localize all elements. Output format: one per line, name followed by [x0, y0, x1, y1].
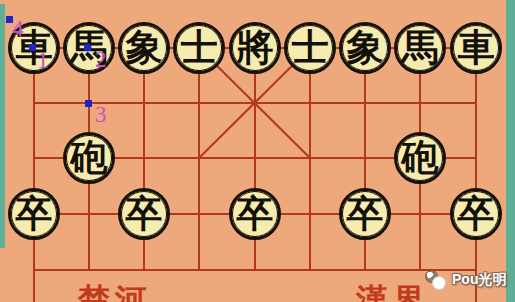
piece-glyph: 象	[126, 29, 163, 66]
piece-glyph: 砲	[402, 139, 439, 176]
watermark: Pou光明	[424, 268, 506, 292]
piece-glyph: 卒	[237, 195, 274, 232]
piece-black-advisor[interactable]: 士	[173, 22, 225, 74]
piece-black-cannon[interactable]: 砲	[63, 132, 115, 184]
piece-glyph: 卒	[347, 195, 384, 232]
piece-glyph: 將	[237, 29, 274, 66]
piece-glyph: 車	[458, 29, 495, 66]
xiangqi-board-screenshot: 楚河 漢界 車馬象士將士象馬車砲砲卒卒卒卒卒 4123 Pou光明	[0, 0, 515, 302]
piece-glyph: 砲	[71, 139, 108, 176]
watermark-label: Pou光明	[452, 271, 506, 289]
piece-black-elephant[interactable]: 象	[339, 22, 391, 74]
piece-glyph: 士	[292, 29, 329, 66]
piece-glyph: 士	[181, 29, 218, 66]
marker-dot-1	[29, 44, 36, 51]
marker-dot-3	[85, 100, 92, 107]
piece-black-soldier[interactable]: 卒	[229, 188, 281, 240]
piece-black-soldier[interactable]: 卒	[8, 188, 60, 240]
piece-black-soldier[interactable]: 卒	[118, 188, 170, 240]
megaphone-icon	[424, 269, 448, 291]
piece-black-cannon[interactable]: 砲	[394, 132, 446, 184]
piece-black-soldier[interactable]: 卒	[450, 188, 502, 240]
piece-black-advisor[interactable]: 士	[284, 22, 336, 74]
marker-number-2: 2	[95, 48, 107, 71]
piece-glyph: 馬	[402, 29, 439, 66]
piece-glyph: 卒	[458, 195, 495, 232]
river-inscription-right: 漢界	[356, 284, 430, 302]
piece-black-horse[interactable]: 馬	[394, 22, 446, 74]
marker-number-3: 3	[95, 103, 107, 126]
marker-number-4: 4	[12, 17, 24, 40]
piece-glyph: 卒	[126, 195, 163, 232]
piece-black-chariot[interactable]: 車	[450, 22, 502, 74]
piece-glyph: 卒	[16, 195, 53, 232]
marker-dot-2	[84, 44, 91, 51]
river-inscription-left: 楚河	[78, 284, 152, 302]
piece-black-elephant[interactable]: 象	[118, 22, 170, 74]
piece-black-soldier[interactable]: 卒	[339, 188, 391, 240]
piece-black-general[interactable]: 將	[229, 22, 281, 74]
marker-number-1: 1	[37, 49, 49, 72]
piece-glyph: 象	[347, 29, 384, 66]
